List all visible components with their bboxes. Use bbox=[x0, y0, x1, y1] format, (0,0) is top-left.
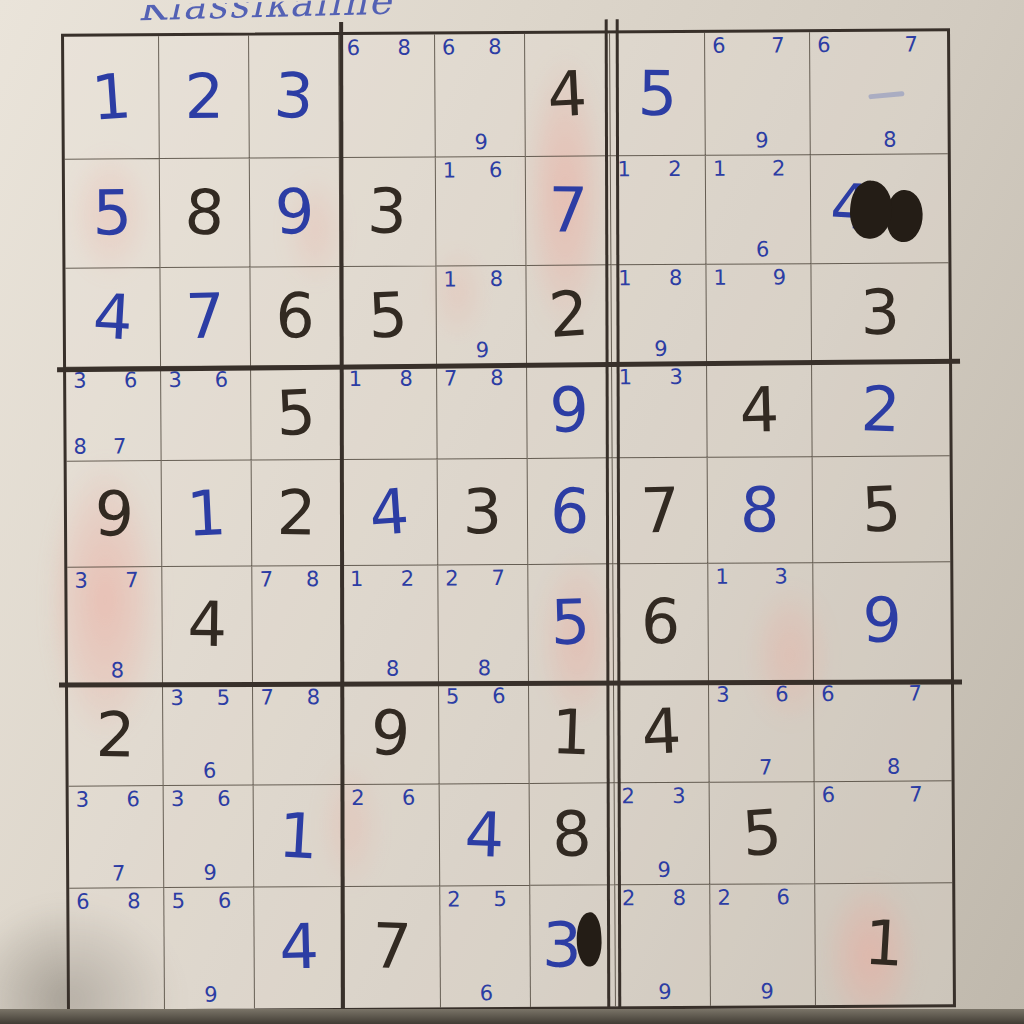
candidate-mark: 6 bbox=[215, 370, 229, 391]
cell-r4c8[interactable]: 4 bbox=[707, 363, 813, 458]
candidate-mark: 8 bbox=[883, 129, 897, 150]
candidates-bottom: 6 bbox=[171, 761, 243, 782]
cell-r7c5[interactable]: 56 bbox=[439, 683, 530, 785]
candidate-mark: 8 bbox=[307, 687, 321, 708]
candidate-mark: 6 bbox=[775, 684, 789, 705]
cell-value: 2 bbox=[68, 685, 164, 787]
cell-r8c1[interactable]: 367 bbox=[69, 786, 165, 889]
candidates-top: 26 bbox=[351, 788, 428, 809]
cell-r2c2[interactable]: 8 bbox=[160, 158, 251, 268]
candidate-mark: 5 bbox=[172, 891, 186, 912]
candidate-mark: 1 bbox=[349, 369, 363, 390]
candidate-mark: 1 bbox=[443, 160, 457, 181]
candidate-mark: 2 bbox=[351, 788, 365, 809]
cell-r3c9[interactable]: 3 bbox=[812, 263, 949, 363]
candidate-mark: 6 bbox=[442, 37, 456, 58]
candidate-mark: 6 bbox=[489, 160, 503, 181]
cell-value: 2 bbox=[252, 460, 343, 566]
cell-r6c6[interactable]: 5 bbox=[528, 565, 613, 683]
cell-r8c5[interactable]: 4 bbox=[439, 784, 530, 887]
cell-r9c4[interactable]: 7 bbox=[345, 887, 441, 1008]
candidates-bottom: 9 bbox=[171, 863, 243, 884]
cell-r9c2[interactable]: 569 bbox=[165, 888, 256, 1009]
cell-r7c1[interactable]: 2 bbox=[68, 685, 164, 787]
candidate-mark: 2 bbox=[447, 890, 461, 911]
cell-r3c6[interactable]: 2 bbox=[526, 265, 611, 365]
cell-r6c4[interactable]: 128 bbox=[343, 566, 439, 684]
candidate-mark: 3 bbox=[76, 790, 90, 811]
cell-r8c2[interactable]: 369 bbox=[164, 786, 255, 889]
candidates-bottom: 6 bbox=[448, 983, 520, 1004]
candidate-mark: 9 bbox=[658, 982, 672, 1003]
cell-value: 5 bbox=[250, 364, 343, 462]
candidates-bottom: 8 bbox=[75, 660, 152, 681]
cell-r6c3[interactable]: 78 bbox=[253, 566, 344, 684]
cell-r3c5[interactable]: 189 bbox=[436, 265, 527, 365]
candidate-mark: 2 bbox=[621, 786, 635, 807]
candidates-bottom: 7 bbox=[716, 757, 803, 779]
candidate-mark: 7 bbox=[260, 570, 274, 591]
candidate-mark: 7 bbox=[908, 683, 922, 704]
candidate-mark: 2 bbox=[772, 158, 786, 179]
candidate-mark: 9 bbox=[204, 985, 218, 1006]
candidates-top: 36 bbox=[168, 369, 240, 390]
candidate-mark: 7 bbox=[113, 437, 127, 458]
cell-r4c2[interactable]: 36 bbox=[161, 366, 252, 461]
candidate-mark: 8 bbox=[887, 757, 901, 778]
candidate-mark: 1 bbox=[618, 268, 632, 289]
cell-r4c6[interactable]: 9 bbox=[527, 364, 612, 459]
candidate-mark: 6 bbox=[76, 892, 90, 913]
cell-value: 4 bbox=[162, 566, 253, 684]
cell-r1c4[interactable]: 68 bbox=[340, 34, 436, 157]
cell-r9c6[interactable]: 3 bbox=[530, 886, 616, 1007]
cell-r7c3[interactable]: 78 bbox=[253, 684, 344, 786]
box-border-vertical-right-double bbox=[604, 19, 621, 1010]
candidate-mark: 6 bbox=[480, 983, 494, 1004]
cell-r9c1[interactable]: 68 bbox=[69, 888, 165, 1009]
cell-r8c7[interactable]: 239 bbox=[614, 783, 710, 886]
candidate-mark: 1 bbox=[713, 158, 727, 179]
cell-value: 9 bbox=[813, 562, 952, 681]
candidates-bottom: 8 bbox=[350, 658, 427, 679]
puzzle-title: Klassikaline bbox=[138, 0, 539, 30]
sudoku-board: 1236868945679678589316712126447651892189… bbox=[61, 28, 956, 1012]
candidates-top: 26 bbox=[717, 887, 804, 909]
cell-r1c6[interactable]: 4 bbox=[525, 33, 611, 156]
candidates-bottom: 9 bbox=[622, 982, 699, 1003]
candidate-mark: 8 bbox=[490, 368, 504, 389]
cell-value: 3 bbox=[339, 156, 437, 267]
cell-r9c9[interactable]: 1 bbox=[815, 884, 953, 1005]
cell-r4c4[interactable]: 18 bbox=[342, 365, 438, 460]
cell-r1c3[interactable]: 3 bbox=[249, 35, 340, 158]
cell-r2c3[interactable]: 9 bbox=[250, 158, 341, 268]
cell-value: 5 bbox=[811, 454, 953, 565]
cell-value: 7 bbox=[611, 457, 708, 565]
cell-r5c9[interactable]: 5 bbox=[813, 456, 951, 563]
cell-value: 7 bbox=[525, 156, 610, 265]
candidates-top: 56 bbox=[446, 686, 518, 707]
cell-r9c7[interactable]: 289 bbox=[615, 885, 711, 1006]
candidate-mark: 7 bbox=[112, 864, 126, 885]
cell-r5c4[interactable]: 4 bbox=[342, 460, 438, 567]
candidates-bottom: 9 bbox=[619, 339, 696, 360]
cell-r3c7[interactable]: 189 bbox=[611, 264, 707, 364]
cell-r5c1[interactable]: 9 bbox=[67, 461, 163, 568]
cell-r1c1[interactable]: 1 bbox=[64, 36, 160, 159]
candidates-top: 67 bbox=[817, 34, 937, 56]
candidate-mark: 8 bbox=[673, 888, 687, 909]
candidate-mark: 6 bbox=[218, 891, 232, 912]
cell-value: 5 bbox=[707, 779, 818, 887]
candidates-top: 37 bbox=[74, 570, 151, 591]
cell-r2c7[interactable]: 12 bbox=[610, 155, 706, 265]
candidate-mark: 8 bbox=[488, 37, 502, 58]
cell-r7c8[interactable]: 367 bbox=[709, 681, 815, 783]
cell-value: 2 bbox=[159, 36, 249, 158]
candidate-mark: 2 bbox=[622, 889, 636, 910]
stray-pen-mark bbox=[868, 91, 904, 99]
cell-r7c4[interactable]: 9 bbox=[343, 683, 439, 785]
candidate-mark: 3 bbox=[73, 370, 87, 391]
candidate-mark: 3 bbox=[170, 688, 184, 709]
cell-r4c7[interactable]: 13 bbox=[612, 364, 708, 459]
candidate-mark: 3 bbox=[74, 571, 88, 592]
cell-value: 3 bbox=[530, 885, 616, 1007]
cell-r1c8[interactable]: 679 bbox=[705, 32, 811, 155]
cell-r3c8[interactable]: 19 bbox=[706, 264, 812, 364]
cell-r8c8[interactable]: 5 bbox=[710, 782, 816, 885]
cell-value: 7 bbox=[343, 885, 442, 1009]
candidates-bottom: 9 bbox=[718, 981, 805, 1003]
cell-r7c9[interactable]: 678 bbox=[814, 680, 951, 782]
cell-r3c4[interactable]: 5 bbox=[341, 266, 437, 366]
cell-value: 8 bbox=[706, 456, 814, 565]
cell-r7c6[interactable]: 1 bbox=[529, 682, 614, 784]
photo-background: Klassikaline 123686894567967858931671212… bbox=[0, 0, 1024, 1024]
candidate-mark: 1 bbox=[617, 159, 631, 180]
candidate-mark: 6 bbox=[126, 789, 140, 810]
candidate-mark: 2 bbox=[668, 159, 682, 180]
candidate-mark: 6 bbox=[347, 38, 361, 59]
candidates-top: 12 bbox=[713, 158, 800, 180]
candidates-top: 68 bbox=[442, 37, 514, 58]
candidates-top: 68 bbox=[347, 38, 424, 59]
cell-value: 4 bbox=[706, 362, 813, 458]
candidate-mark: 9 bbox=[657, 860, 671, 881]
candidate-mark: 6 bbox=[124, 370, 138, 391]
cell-value: 9 bbox=[65, 460, 163, 568]
candidates-top: 68 bbox=[76, 891, 153, 912]
cell-r9c5[interactable]: 256 bbox=[440, 886, 531, 1007]
candidate-mark: 7 bbox=[125, 570, 139, 591]
candidates-bottom: 9 bbox=[713, 130, 800, 152]
cell-value: 9 bbox=[341, 681, 441, 786]
cell-r7c2[interactable]: 356 bbox=[163, 684, 254, 786]
candidate-mark: 5 bbox=[446, 686, 460, 707]
cell-r6c8[interactable]: 13 bbox=[708, 563, 814, 681]
cell-value: 8 bbox=[157, 156, 252, 269]
candidate-mark: 8 bbox=[478, 658, 492, 679]
candidate-mark: 3 bbox=[774, 567, 788, 588]
candidate-mark: 9 bbox=[773, 267, 787, 288]
candidates-top: 18 bbox=[443, 269, 515, 290]
candidates-top: 28 bbox=[622, 888, 699, 909]
candidate-mark: 8 bbox=[127, 892, 141, 913]
cell-r8c6[interactable]: 8 bbox=[530, 783, 615, 886]
candidates-top: 78 bbox=[444, 368, 516, 389]
cell-value: 9 bbox=[249, 157, 341, 267]
cell-r5c7[interactable]: 7 bbox=[612, 458, 708, 565]
cell-r5c3[interactable]: 2 bbox=[252, 460, 343, 567]
candidates-top: 36 bbox=[716, 684, 803, 706]
candidate-mark: 9 bbox=[654, 339, 668, 360]
cell-r6c9[interactable]: 9 bbox=[813, 563, 951, 682]
cell-r3c3[interactable]: 6 bbox=[251, 267, 342, 367]
candidates-top: 13 bbox=[715, 566, 802, 588]
cell-r8c3[interactable]: 1 bbox=[254, 785, 345, 888]
candidate-mark: 7 bbox=[444, 368, 458, 389]
candidate-mark: 6 bbox=[203, 761, 217, 782]
candidates-bottom: 9 bbox=[622, 860, 699, 881]
candidate-mark: 3 bbox=[672, 786, 686, 807]
cell-r7c7[interactable]: 4 bbox=[614, 682, 710, 784]
candidate-mark: 6 bbox=[492, 686, 506, 707]
candidates-top: 18 bbox=[618, 267, 695, 288]
candidate-mark: 9 bbox=[755, 130, 769, 151]
cell-value: 6 bbox=[525, 457, 615, 567]
cell-r4c3[interactable]: 5 bbox=[251, 366, 342, 461]
candidate-mark: 7 bbox=[759, 758, 773, 779]
candidate-mark: 6 bbox=[822, 785, 836, 806]
candidates-bottom: 87 bbox=[73, 436, 150, 457]
candidate-mark: 1 bbox=[713, 267, 727, 288]
candidates-top: 35 bbox=[170, 688, 242, 709]
cell-r3c2[interactable]: 7 bbox=[161, 267, 252, 367]
candidate-mark: 9 bbox=[474, 132, 488, 153]
candidates-top: 27 bbox=[445, 568, 517, 589]
candidate-mark: 9 bbox=[203, 863, 217, 884]
candidate-mark: 8 bbox=[399, 368, 413, 389]
cell-value: 2 bbox=[523, 262, 613, 366]
candidate-mark: 3 bbox=[670, 367, 684, 388]
candidate-mark: 7 bbox=[771, 35, 785, 56]
cell-value: 4 bbox=[612, 680, 711, 785]
cell-r1c9[interactable]: 678 bbox=[810, 31, 948, 154]
candidates-bottom: 8 bbox=[818, 129, 938, 151]
cell-r9c8[interactable]: 269 bbox=[710, 884, 816, 1005]
candidates-bottom: 8 bbox=[822, 756, 942, 778]
candidates-top: 18 bbox=[349, 368, 426, 389]
cell-r4c9[interactable]: 2 bbox=[812, 362, 949, 457]
candidate-mark: 7 bbox=[904, 34, 918, 55]
candidates-top: 78 bbox=[260, 569, 332, 590]
cell-value: 5 bbox=[609, 32, 705, 155]
candidates-top: 12 bbox=[350, 569, 427, 590]
cell-r9c3[interactable]: 4 bbox=[255, 887, 346, 1008]
cell-value: 5 bbox=[339, 264, 438, 367]
candidates-bottom: 9 bbox=[172, 985, 244, 1006]
cell-r1c5[interactable]: 689 bbox=[435, 34, 526, 157]
cell-value: 1 bbox=[60, 33, 163, 161]
cell-r4c1[interactable]: 3687 bbox=[66, 367, 162, 462]
candidate-mark: 8 bbox=[73, 437, 87, 458]
cell-value: 7 bbox=[160, 266, 252, 367]
candidates-bottom: 8 bbox=[446, 658, 518, 679]
cell-value: 9 bbox=[527, 364, 611, 458]
candidate-mark: 6 bbox=[712, 36, 726, 57]
cell-r2c9[interactable]: 4 bbox=[811, 154, 949, 264]
candidate-mark: 8 bbox=[669, 267, 683, 288]
candidates-top: 67 bbox=[712, 35, 799, 57]
cell-r2c8[interactable]: 126 bbox=[706, 155, 812, 265]
cell-r6c1[interactable]: 378 bbox=[67, 567, 163, 685]
candidates-top: 25 bbox=[447, 889, 519, 910]
candidates-top: 23 bbox=[621, 786, 698, 807]
candidate-mark: 9 bbox=[476, 340, 490, 361]
candidates-top: 19 bbox=[713, 267, 800, 289]
cell-value: 4 bbox=[438, 783, 531, 887]
cell-value: 5 bbox=[527, 564, 614, 683]
candidates-top: 78 bbox=[260, 687, 332, 708]
candidate-mark: 5 bbox=[217, 688, 231, 709]
cell-r5c2[interactable]: 1 bbox=[162, 461, 253, 568]
cell-value: 3 bbox=[437, 459, 527, 565]
candidate-mark: 8 bbox=[490, 269, 504, 290]
cell-value: 1 bbox=[160, 459, 254, 568]
candidate-mark: 8 bbox=[397, 38, 411, 59]
cell-r5c8[interactable]: 8 bbox=[708, 457, 814, 564]
candidate-mark: 7 bbox=[491, 568, 505, 589]
cell-r2c1[interactable]: 5 bbox=[65, 159, 161, 269]
candidate-mark: 6 bbox=[776, 888, 790, 909]
cell-r2c4[interactable]: 3 bbox=[340, 157, 436, 267]
cell-value: 3 bbox=[246, 33, 342, 159]
candidate-mark: 3 bbox=[168, 370, 182, 391]
candidate-mark: 6 bbox=[217, 789, 231, 810]
candidates-bottom: 9 bbox=[442, 132, 514, 153]
cell-value: 5 bbox=[65, 159, 160, 268]
cell-r5c6[interactable]: 6 bbox=[528, 459, 613, 566]
candidate-mark: 5 bbox=[493, 889, 507, 910]
candidates-top: 12 bbox=[617, 158, 694, 179]
cell-r6c5[interactable]: 278 bbox=[438, 565, 529, 683]
candidate-mark: 1 bbox=[619, 367, 633, 388]
candidate-mark: 7 bbox=[260, 687, 274, 708]
cell-r4c5[interactable]: 78 bbox=[437, 365, 528, 460]
candidates-bottom: 7 bbox=[76, 863, 153, 884]
cell-value: 6 bbox=[249, 265, 342, 366]
cell-r8c9[interactable]: 67 bbox=[815, 781, 952, 884]
candidates-top: 56 bbox=[172, 891, 244, 912]
cell-value: 1 bbox=[527, 681, 614, 784]
cell-r5c5[interactable]: 3 bbox=[437, 459, 528, 566]
candidate-mark: 6 bbox=[402, 788, 416, 809]
candidate-mark: 3 bbox=[716, 685, 730, 706]
candidate-mark: 9 bbox=[760, 981, 774, 1002]
cell-value: 1 bbox=[812, 880, 955, 1008]
cell-r2c6[interactable]: 7 bbox=[526, 156, 611, 265]
candidates-top: 13 bbox=[619, 367, 696, 388]
candidates-top: 67 bbox=[822, 784, 942, 806]
candidates-top: 36 bbox=[73, 370, 150, 391]
cell-r6c7[interactable]: 6 bbox=[613, 564, 709, 682]
candidates-top: 36 bbox=[76, 789, 153, 810]
cell-value: 3 bbox=[811, 261, 950, 363]
candidate-mark: 7 bbox=[909, 785, 923, 806]
candidates-top: 36 bbox=[171, 789, 243, 810]
candidate-mark: 8 bbox=[111, 660, 125, 681]
candidate-mark: 2 bbox=[717, 888, 731, 909]
cell-r1c7[interactable]: 5 bbox=[610, 33, 706, 156]
cell-value: 4 bbox=[63, 265, 163, 368]
candidate-mark: 1 bbox=[350, 569, 364, 590]
cell-r3c1[interactable]: 4 bbox=[65, 268, 161, 368]
candidates-bottom: 6 bbox=[713, 239, 800, 261]
puzzle-title-text: Klassikaline bbox=[138, 0, 538, 29]
cell-value: 4 bbox=[339, 457, 440, 568]
candidate-mark: 6 bbox=[821, 684, 835, 705]
cell-r8c4[interactable]: 26 bbox=[344, 785, 440, 888]
candidate-mark: 6 bbox=[817, 35, 831, 56]
candidate-mark: 1 bbox=[715, 567, 729, 588]
candidates-top: 16 bbox=[443, 160, 515, 181]
cell-value: 2 bbox=[811, 360, 951, 458]
cell-r2c5[interactable]: 16 bbox=[436, 156, 527, 266]
candidate-mark: 1 bbox=[443, 269, 457, 290]
candidate-mark: 2 bbox=[445, 569, 459, 590]
candidate-mark: 6 bbox=[756, 239, 770, 260]
candidates-top: 67 bbox=[821, 683, 941, 705]
cell-r1c2[interactable]: 2 bbox=[159, 36, 250, 159]
candidate-mark: 3 bbox=[171, 789, 185, 810]
candidate-mark: 8 bbox=[306, 569, 320, 590]
candidate-mark: 8 bbox=[386, 659, 400, 680]
cell-value: 8 bbox=[527, 782, 616, 887]
cell-r6c2[interactable]: 4 bbox=[163, 567, 254, 685]
photo-bottom-shadow bbox=[0, 1009, 1024, 1024]
cell-value: 1 bbox=[252, 783, 347, 889]
cell-value: 4 bbox=[522, 32, 612, 157]
cell-value: 4 bbox=[253, 886, 345, 1009]
cell-value: 6 bbox=[611, 563, 709, 683]
candidates-bottom: 9 bbox=[444, 340, 516, 361]
candidate-mark: 2 bbox=[401, 569, 415, 590]
